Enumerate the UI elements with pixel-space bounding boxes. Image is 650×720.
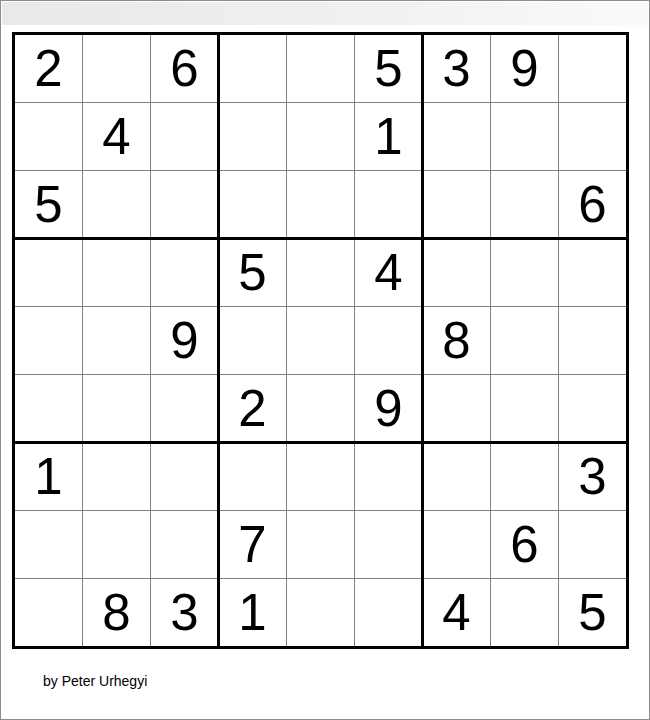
sudoku-cell-r9c7: 4: [423, 579, 490, 646]
sudoku-cell-r4c7[interactable]: [423, 239, 490, 306]
sudoku-cell-r2c5[interactable]: [287, 103, 354, 170]
sudoku-cell-r7c4[interactable]: [219, 443, 286, 510]
sudoku-cell-r6c5[interactable]: [287, 375, 354, 442]
sudoku-cell-r5c9[interactable]: [559, 307, 626, 374]
box-divider-vertical-1: [217, 35, 220, 646]
sudoku-cell-r6c4: 2: [219, 375, 286, 442]
sudoku-cell-r3c4[interactable]: [219, 171, 286, 238]
sudoku-cell-r2c3[interactable]: [151, 103, 218, 170]
sudoku-cell-r8c1[interactable]: [15, 511, 82, 578]
sudoku-cell-r6c6: 9: [355, 375, 422, 442]
sudoku-cell-r3c2[interactable]: [83, 171, 150, 238]
sudoku-cell-r9c9: 5: [559, 579, 626, 646]
sudoku-cell-r6c7[interactable]: [423, 375, 490, 442]
sudoku-cell-r3c1: 5: [15, 171, 82, 238]
sudoku-cell-r3c5[interactable]: [287, 171, 354, 238]
sudoku-cell-r8c4: 7: [219, 511, 286, 578]
sudoku-cell-r3c9: 6: [559, 171, 626, 238]
sudoku-cell-r5c7: 8: [423, 307, 490, 374]
sudoku-cell-r4c6: 4: [355, 239, 422, 306]
sudoku-cell-r7c2[interactable]: [83, 443, 150, 510]
sudoku-cell-r8c3[interactable]: [151, 511, 218, 578]
page-frame: 265394156549829137683145 by Peter Urhegy…: [0, 0, 650, 720]
sudoku-cell-r5c6[interactable]: [355, 307, 422, 374]
sudoku-cell-r1c6: 5: [355, 35, 422, 102]
sudoku-cell-r7c9: 3: [559, 443, 626, 510]
sudoku-cell-r8c9[interactable]: [559, 511, 626, 578]
box-divider-horizontal-1: [15, 237, 626, 240]
sudoku-cell-r3c6[interactable]: [355, 171, 422, 238]
sudoku-cell-r1c5[interactable]: [287, 35, 354, 102]
sudoku-cell-r8c8: 6: [491, 511, 558, 578]
sudoku-cell-r1c9[interactable]: [559, 35, 626, 102]
sudoku-cell-r4c9[interactable]: [559, 239, 626, 306]
sudoku-cell-r6c8[interactable]: [491, 375, 558, 442]
sudoku-cell-r2c4[interactable]: [219, 103, 286, 170]
credit-text: by Peter Urhegyi: [43, 673, 147, 689]
sudoku-cell-r9c2: 8: [83, 579, 150, 646]
sudoku-cell-r4c5[interactable]: [287, 239, 354, 306]
sudoku-cell-r8c2[interactable]: [83, 511, 150, 578]
sudoku-cell-r1c3: 6: [151, 35, 218, 102]
sudoku-cell-r4c1[interactable]: [15, 239, 82, 306]
sudoku-cell-r2c6: 1: [355, 103, 422, 170]
sudoku-cell-r7c6[interactable]: [355, 443, 422, 510]
sudoku-cell-r8c6[interactable]: [355, 511, 422, 578]
sudoku-cell-r2c2: 4: [83, 103, 150, 170]
box-divider-horizontal-2: [15, 441, 626, 444]
sudoku-cell-r8c7[interactable]: [423, 511, 490, 578]
sudoku-cell-r6c9[interactable]: [559, 375, 626, 442]
sudoku-cell-r1c1: 2: [15, 35, 82, 102]
sudoku-cell-r7c3[interactable]: [151, 443, 218, 510]
sudoku-cell-r4c3[interactable]: [151, 239, 218, 306]
sudoku-cell-r5c3: 9: [151, 307, 218, 374]
sudoku-cell-r9c4: 1: [219, 579, 286, 646]
sudoku-cell-r6c1[interactable]: [15, 375, 82, 442]
header-band: [2, 2, 648, 25]
box-divider-vertical-2: [421, 35, 424, 646]
sudoku-cell-r9c6[interactable]: [355, 579, 422, 646]
sudoku-cell-r5c1[interactable]: [15, 307, 82, 374]
sudoku-cell-r2c7[interactable]: [423, 103, 490, 170]
sudoku-cell-r1c4[interactable]: [219, 35, 286, 102]
sudoku-cell-r5c8[interactable]: [491, 307, 558, 374]
sudoku-board: 265394156549829137683145: [12, 32, 629, 649]
sudoku-cell-r9c1[interactable]: [15, 579, 82, 646]
sudoku-cell-r1c2[interactable]: [83, 35, 150, 102]
sudoku-cell-r7c5[interactable]: [287, 443, 354, 510]
sudoku-cell-r5c5[interactable]: [287, 307, 354, 374]
sudoku-cell-r7c7[interactable]: [423, 443, 490, 510]
sudoku-cell-r3c3[interactable]: [151, 171, 218, 238]
sudoku-cell-r7c8[interactable]: [491, 443, 558, 510]
sudoku-cell-r2c8[interactable]: [491, 103, 558, 170]
sudoku-cell-r2c9[interactable]: [559, 103, 626, 170]
sudoku-cell-r4c8[interactable]: [491, 239, 558, 306]
sudoku-cell-r8c5[interactable]: [287, 511, 354, 578]
sudoku-cell-r4c4: 5: [219, 239, 286, 306]
sudoku-cell-r1c7: 3: [423, 35, 490, 102]
sudoku-cell-r3c7[interactable]: [423, 171, 490, 238]
sudoku-cell-r3c8[interactable]: [491, 171, 558, 238]
sudoku-cell-r2c1[interactable]: [15, 103, 82, 170]
sudoku-cell-r9c8[interactable]: [491, 579, 558, 646]
sudoku-cell-r6c3[interactable]: [151, 375, 218, 442]
sudoku-cell-r7c1: 1: [15, 443, 82, 510]
sudoku-cell-r9c5[interactable]: [287, 579, 354, 646]
sudoku-cell-r5c2[interactable]: [83, 307, 150, 374]
sudoku-cell-r9c3: 3: [151, 579, 218, 646]
sudoku-cell-r4c2[interactable]: [83, 239, 150, 306]
sudoku-cell-r1c8: 9: [491, 35, 558, 102]
sudoku-cell-r5c4[interactable]: [219, 307, 286, 374]
sudoku-cell-r6c2[interactable]: [83, 375, 150, 442]
